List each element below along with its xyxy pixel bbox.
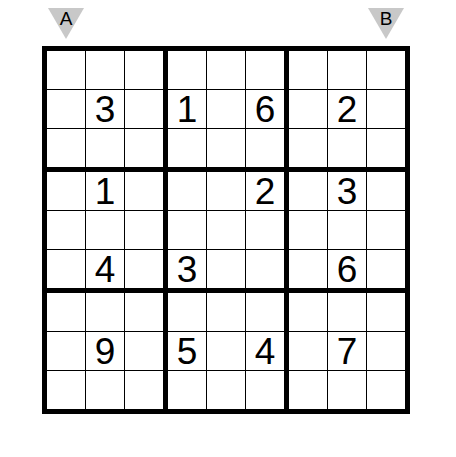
- cell-r9c1[interactable]: [47, 371, 86, 409]
- cell-r5c3[interactable]: [125, 211, 168, 250]
- marker-b: B: [368, 8, 404, 39]
- cell-r2c9[interactable]: [367, 90, 405, 129]
- cell-r4c8[interactable]: 3: [328, 172, 367, 211]
- cell-r7c5[interactable]: [207, 293, 246, 332]
- cell-r1c2[interactable]: [86, 51, 125, 90]
- cell-r8c9[interactable]: [367, 332, 405, 371]
- cell-r5c4[interactable]: [168, 211, 207, 250]
- cell-r2c4[interactable]: 1: [168, 90, 207, 129]
- cell-r8c6[interactable]: 4: [246, 332, 289, 371]
- cell-r8c1[interactable]: [47, 332, 86, 371]
- cell-r1c5[interactable]: [207, 51, 246, 90]
- cell-r4c6[interactable]: 2: [246, 172, 289, 211]
- marker-a: A: [48, 8, 84, 39]
- cell-r3c5[interactable]: [207, 129, 246, 172]
- cell-r2c8[interactable]: 2: [328, 90, 367, 129]
- cell-r2c2[interactable]: 3: [86, 90, 125, 129]
- cell-r6c8[interactable]: 6: [328, 250, 367, 293]
- cell-r3c6[interactable]: [246, 129, 289, 172]
- cell-r7c7[interactable]: [289, 293, 328, 332]
- cell-r3c8[interactable]: [328, 129, 367, 172]
- cell-r1c3[interactable]: [125, 51, 168, 90]
- cell-r9c6[interactable]: [246, 371, 289, 409]
- cell-r7c4[interactable]: [168, 293, 207, 332]
- cell-r9c4[interactable]: [168, 371, 207, 409]
- cell-r6c5[interactable]: [207, 250, 246, 293]
- cell-r9c8[interactable]: [328, 371, 367, 409]
- cell-r1c8[interactable]: [328, 51, 367, 90]
- cell-r3c4[interactable]: [168, 129, 207, 172]
- cell-r9c9[interactable]: [367, 371, 405, 409]
- cell-r4c4[interactable]: [168, 172, 207, 211]
- cell-r2c3[interactable]: [125, 90, 168, 129]
- cell-r6c3[interactable]: [125, 250, 168, 293]
- cell-r2c6[interactable]: 6: [246, 90, 289, 129]
- cell-r2c1[interactable]: [47, 90, 86, 129]
- cell-r5c1[interactable]: [47, 211, 86, 250]
- cell-r7c1[interactable]: [47, 293, 86, 332]
- cell-r5c7[interactable]: [289, 211, 328, 250]
- cell-r7c3[interactable]: [125, 293, 168, 332]
- cell-r7c2[interactable]: [86, 293, 125, 332]
- cell-r4c1[interactable]: [47, 172, 86, 211]
- cell-r5c2[interactable]: [86, 211, 125, 250]
- cell-r8c4[interactable]: 5: [168, 332, 207, 371]
- cell-r3c1[interactable]: [47, 129, 86, 172]
- cell-r6c6[interactable]: [246, 250, 289, 293]
- cell-r1c6[interactable]: [246, 51, 289, 90]
- cell-r4c2[interactable]: 1: [86, 172, 125, 211]
- cell-r5c5[interactable]: [207, 211, 246, 250]
- cell-r2c5[interactable]: [207, 90, 246, 129]
- cell-r1c4[interactable]: [168, 51, 207, 90]
- cell-r9c7[interactable]: [289, 371, 328, 409]
- cell-r3c2[interactable]: [86, 129, 125, 172]
- cell-r6c4[interactable]: 3: [168, 250, 207, 293]
- sudoku-page: A B 31621234369547: [0, 0, 456, 457]
- cell-r3c3[interactable]: [125, 129, 168, 172]
- cell-r6c9[interactable]: [367, 250, 405, 293]
- cell-r6c7[interactable]: [289, 250, 328, 293]
- cell-r1c1[interactable]: [47, 51, 86, 90]
- marker-a-label: A: [48, 9, 84, 28]
- cell-r9c5[interactable]: [207, 371, 246, 409]
- cell-r1c9[interactable]: [367, 51, 405, 90]
- cell-r7c8[interactable]: [328, 293, 367, 332]
- cell-r7c6[interactable]: [246, 293, 289, 332]
- cell-r1c7[interactable]: [289, 51, 328, 90]
- marker-b-label: B: [368, 9, 404, 28]
- cell-r3c9[interactable]: [367, 129, 405, 172]
- cell-r6c2[interactable]: 4: [86, 250, 125, 293]
- sudoku-board: 31621234369547: [42, 46, 410, 414]
- cell-r3c7[interactable]: [289, 129, 328, 172]
- cell-r4c5[interactable]: [207, 172, 246, 211]
- cell-r8c8[interactable]: 7: [328, 332, 367, 371]
- cell-r8c2[interactable]: 9: [86, 332, 125, 371]
- cell-r9c2[interactable]: [86, 371, 125, 409]
- cell-r9c3[interactable]: [125, 371, 168, 409]
- cell-r4c9[interactable]: [367, 172, 405, 211]
- cell-r8c7[interactable]: [289, 332, 328, 371]
- cell-r6c1[interactable]: [47, 250, 86, 293]
- cell-r2c7[interactable]: [289, 90, 328, 129]
- cell-r5c6[interactable]: [246, 211, 289, 250]
- cell-r8c3[interactable]: [125, 332, 168, 371]
- cell-r4c7[interactable]: [289, 172, 328, 211]
- cell-r5c9[interactable]: [367, 211, 405, 250]
- cell-r5c8[interactable]: [328, 211, 367, 250]
- cell-r4c3[interactable]: [125, 172, 168, 211]
- cell-r8c5[interactable]: [207, 332, 246, 371]
- cell-r7c9[interactable]: [367, 293, 405, 332]
